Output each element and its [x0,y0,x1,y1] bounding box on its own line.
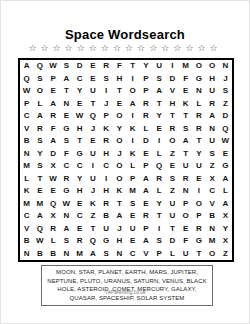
grid-cell: Q [20,73,33,86]
grid-cell: W [219,135,232,148]
grid-cell: K [20,185,33,198]
grid-cell: R [179,173,192,186]
grid-cell: G [60,185,73,198]
grid-cell: K [86,198,99,211]
grid-cell: R [60,173,73,186]
grid-cell: S [179,123,192,136]
grid-cell: T [86,98,99,111]
grid-cell: P [126,173,139,186]
grid-cell: T [153,98,166,111]
star-icon: ☆ [77,43,89,53]
grid-cell: R [139,110,152,123]
grid-cell: E [47,185,60,198]
grid-cell: A [113,210,126,223]
grid-cell: E [47,85,60,98]
grid-cell: E [126,235,139,248]
grid-cell: E [73,98,86,111]
grid-cell: E [113,98,126,111]
grid-cell: O [192,198,205,211]
grid-cell: M [179,60,192,73]
grid-cell: S [60,135,73,148]
grid-cell: L [139,123,152,136]
grid-cell: E [86,73,99,86]
grid-cell: V [20,223,33,236]
grid-cell: G [192,235,205,248]
grid-cell: T [113,198,126,211]
grid-cell: I [192,185,205,198]
grid-cell: A [179,135,192,148]
grid-cell: C [73,210,86,223]
grid-cell: A [60,223,73,236]
grid-cell: K [113,185,126,198]
grid-cell: W [60,198,73,211]
grid-cell: B [33,248,46,261]
grid-cell: I [153,223,166,236]
grid-cell: R [139,98,152,111]
star-icon: ☆ [185,43,197,53]
grid-cell: W [20,85,33,98]
grid-cell: E [219,148,232,161]
grid-cell: B [47,248,60,261]
grid-cell: R [33,123,46,136]
grid-cell: S [126,198,139,211]
grid-cell: A [206,110,219,123]
grid-cell: A [139,235,152,248]
grid-cell: E [73,223,86,236]
grid-cell: U [206,85,219,98]
grid-cell: M [33,198,46,211]
grid-cell: N [206,123,219,136]
grid-cell: X [47,160,60,173]
star-row: ☆☆☆☆☆☆☆☆☆☆☆☆☆☆☆☆ [1,43,249,53]
grid-cell: S [33,160,46,173]
grid-cell: P [100,110,113,123]
grid-cell: O [179,210,192,223]
star-icon: ☆ [210,43,222,53]
grid-cell: O [206,248,219,261]
grid-cell: H [113,235,126,248]
grid-cell: N [60,248,73,261]
grid-cell: Y [153,198,166,211]
grid-cell: A [86,248,99,261]
grid-cell: E [139,148,152,161]
grid-cell: T [179,148,192,161]
grid-cell: D [47,148,60,161]
grid-cell: S [100,73,113,86]
grid-cell: T [113,85,126,98]
grid-cell: O [113,160,126,173]
grid-cell: T [86,223,99,236]
star-icon: ☆ [53,43,65,53]
grid-cell: I [166,60,179,73]
grid-cell: W [47,60,60,73]
grid-cell: M [20,160,33,173]
grid-cell: I [126,135,139,148]
grid-cell: R [139,210,152,223]
grid-cell: U [86,85,99,98]
grid-cell: Z [86,210,99,223]
grid-cell: V [20,123,33,136]
grid-cell: P [139,160,152,173]
grid-cell: W [33,235,46,248]
grid-cell: C [20,110,33,123]
grid-cell: S [100,248,113,261]
grid-cell: E [179,85,192,98]
grid-cell: D [166,235,179,248]
grid-cell: S [153,73,166,86]
grid-cell: Y [113,123,126,136]
star-icon: ☆ [101,43,113,53]
grid-cell: K [126,148,139,161]
grid-cell: Y [219,223,232,236]
grid-cell: T [33,173,46,186]
grid-cell: U [166,210,179,223]
grid-cell: U [166,198,179,211]
grid-cell: B [206,210,219,223]
grid-cell: U [179,248,192,261]
grid-cell: O [113,135,126,148]
grid-cell: M [206,235,219,248]
grid-cell: O [126,85,139,98]
star-icon: ☆ [113,43,125,53]
grid-cell: A [47,135,60,148]
grid-cell: P [139,85,152,98]
grid-cell: Q [153,160,166,173]
grid-cell: Q [33,223,46,236]
grid-cell: T [179,110,192,123]
grid-cell: U [153,60,166,73]
grid-cell: Z [166,185,179,198]
grid-cell: T [192,248,205,261]
grid-cell: H [100,185,113,198]
grid-cell: A [33,210,46,223]
grid-cell: L [33,98,46,111]
grid-cell: X [219,210,232,223]
grid-cell: I [126,110,139,123]
grid-cell: F [47,123,60,136]
grid-cell: G [100,235,113,248]
grid-cell: L [47,235,60,248]
grid-cell: B [20,235,33,248]
grid-cell: E [166,160,179,173]
grid-cell: P [47,73,60,86]
grid-cell: L [153,185,166,198]
grid-cell: D [73,60,86,73]
grid-cell: K [100,123,113,136]
grid-cell: O [113,110,126,123]
grid-cell: F [179,235,192,248]
grid-cell: A [219,198,232,211]
grid-cell: K [126,123,139,136]
grid-cell: R [206,98,219,111]
grid-cell: W [47,173,60,186]
grid-cell: A [47,98,60,111]
grid-cell: S [33,135,46,148]
grid-cell: F [113,60,126,73]
grid-cell: Q [86,235,99,248]
grid-cell: U [126,223,139,236]
grid-cell: L [20,173,33,186]
footer-credit: ©eParenting.co.uk [1,289,249,295]
word-list: MOON, STAR, PLANET, EARTH, MARS, JUPITER… [47,268,207,303]
grid-cell: A [60,73,73,86]
star-icon: ☆ [65,43,77,53]
grid-cell: Z [166,148,179,161]
grid-cell: R [166,123,179,136]
grid-cell: L [126,160,139,173]
grid-cell: A [139,185,152,198]
grid-cell: G [73,148,86,161]
grid-cell: O [113,173,126,186]
grid-cell: V [166,85,179,98]
grid-cell: C [73,73,86,86]
grid-cell: E [73,198,86,211]
grid-cell: I [86,160,99,173]
grid-cell: E [60,110,73,123]
grid-cell: E [179,223,192,236]
grid-cell: T [192,135,205,148]
grid-cell: A [33,110,46,123]
grid-cell: N [206,223,219,236]
grid-cell: Z [206,160,219,173]
grid-cell: P [139,73,152,86]
grid-cell: R [100,135,113,148]
grid-cell: N [179,185,192,198]
grid-cell: N [60,98,73,111]
grid-cell: C [100,160,113,173]
grid-cell: V [139,248,152,261]
grid-cell: Y [139,60,152,73]
star-icon: ☆ [89,43,101,53]
grid-cell: Y [73,85,86,98]
grid-cell: O [33,85,46,98]
grid-cell: C [73,160,86,173]
grid-cell: A [20,60,33,73]
letter-grid: AQWSDERFTYUIMOONQSPACESHIPSDFGHJWOETYUIT… [18,58,234,262]
grid-cell: U [179,160,192,173]
grid-cell: D [166,73,179,86]
grid-cell: M [20,198,33,211]
star-icon: ☆ [173,43,185,53]
grid-cell: S [153,235,166,248]
grid-cell: K [179,98,192,111]
grid-cell: J [100,98,113,111]
grid-cell: N [60,210,73,223]
grid-cell: R [192,123,205,136]
grid-cell: C [206,185,219,198]
grid-cell: O [192,60,205,73]
grid-cell: C [60,160,73,173]
grid-cell: T [73,135,86,148]
grid-cell: H [73,185,86,198]
grid-cell: J [219,73,232,86]
grid-cell: T [166,223,179,236]
grid-cell: H [206,73,219,86]
grid-cell: P [139,223,152,236]
grid-cell: R [73,235,86,248]
star-icon: ☆ [40,43,52,53]
grid-cell: S [33,73,46,86]
grid-cell: W [73,110,86,123]
grid-cell: L [166,248,179,261]
grid-cell: T [166,110,179,123]
grid-cell: X [47,210,60,223]
grid-cell: E [153,123,166,136]
page-title: Space Wordsearch [1,27,249,42]
grid-cell: O [166,135,179,148]
grid-cell: D [139,135,152,148]
star-icon: ☆ [137,43,149,53]
grid-cell: G [60,123,73,136]
grid-cell: U [192,160,205,173]
star-icon: ☆ [125,43,137,53]
grid-cell: E [139,198,152,211]
grid-cell: I [126,73,139,86]
grid-cell: Q [47,198,60,211]
grid-cell: N [113,248,126,261]
grid-cell: X [219,235,232,248]
grid-cell: S [60,60,73,73]
grid-cell: P [192,210,205,223]
grid-cell: N [20,248,33,261]
grid-cell: Z [219,248,232,261]
grid-cell: U [86,148,99,161]
grid-cell: E [33,185,46,198]
grid-cell: J [113,223,126,236]
grid-cell: Y [153,110,166,123]
grid-cell: A [139,173,152,186]
grid-cell: Q [219,123,232,136]
grid-cell: P [20,98,33,111]
grid-cell: G [192,73,205,86]
wordsearch-page: Space Wordsearch ☆☆☆☆☆☆☆☆☆☆☆☆☆☆☆☆ AQWSDE… [0,0,250,324]
grid-cell: T [126,60,139,73]
grid-cell: U [86,173,99,186]
grid-cell: P [179,198,192,211]
grid-cell: C [126,248,139,261]
grid-cell: E [192,173,205,186]
grid-cell: I [153,135,166,148]
grid-cell: H [113,73,126,86]
grid-cell: N [20,148,33,161]
grid-cell: V [206,198,219,211]
grid-cell: Y [73,173,86,186]
grid-cell: Q [33,60,46,73]
grid-cell: U [100,223,113,236]
grid-cell: A [126,98,139,111]
grid-cell: L [219,185,232,198]
grid-cell: R [100,198,113,211]
grid-cell: L [153,148,166,161]
star-icon: ☆ [197,43,209,53]
grid-cell: N [192,85,205,98]
star-icon: ☆ [161,43,173,53]
grid-cell: C [20,210,33,223]
grid-cell: T [60,85,73,98]
grid-cell: D [219,110,232,123]
grid-cell: A [219,173,232,186]
grid-cell: J [113,148,126,161]
grid-cell: T [153,210,166,223]
grid-cell: F [179,73,192,86]
grid-cell: F [60,148,73,161]
grid-cell: L [192,98,205,111]
grid-cell: J [86,123,99,136]
grid-cell: X [206,173,219,186]
grid-cell: O [206,60,219,73]
grid-cell: R [192,110,205,123]
grid-cell: I [100,85,113,98]
grid-cell: S [166,173,179,186]
grid-cell: I [100,173,113,186]
grid-cell: M [73,248,86,261]
grid-cell: R [153,173,166,186]
grid-cell: S [206,148,219,161]
grid-cell: E [86,135,99,148]
grid-cell: Y [33,148,46,161]
grid-cell: S [219,85,232,98]
grid-cell: B [100,210,113,223]
star-icon: ☆ [28,43,40,53]
grid-cell: B [20,135,33,148]
grid-cell: R [100,60,113,73]
grid-cell: U [206,135,219,148]
grid-cell: S [60,235,73,248]
grid-cell: H [73,123,86,136]
grid-cell: E [126,210,139,223]
grid-cell: R [192,223,205,236]
grid-cell: H [166,98,179,111]
grid-cell: Q [86,110,99,123]
grid-cell: M [126,185,139,198]
grid-cell: J [86,185,99,198]
star-icon: ☆ [149,43,161,53]
grid-cell: N [219,60,232,73]
grid-cell: E [86,60,99,73]
grid-cell: R [47,223,60,236]
grid-cell: Z [219,98,232,111]
grid-cell: P [153,248,166,261]
grid-cell: A [153,85,166,98]
word-list-box: MOON, STAR, PLANET, EARTH, MARS, JUPITER… [41,265,213,306]
grid-cell: R [47,110,60,123]
grid-cell: H [100,148,113,161]
grid-cell: Y [192,148,205,161]
grid-cell: G [219,160,232,173]
